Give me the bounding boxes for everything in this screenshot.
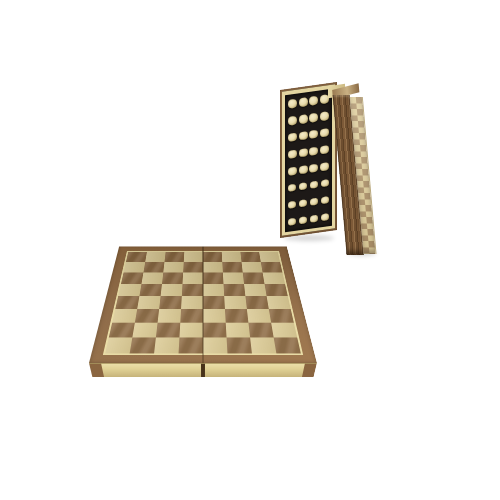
board-square-a3 xyxy=(112,309,137,323)
stored-chess-piece xyxy=(309,147,318,156)
stored-chess-piece xyxy=(299,131,308,140)
stored-chess-piece xyxy=(299,97,308,107)
board-square-g7 xyxy=(242,262,263,273)
board-square-h5 xyxy=(265,284,288,296)
board-square-f8 xyxy=(222,252,242,262)
stored-chess-piece xyxy=(310,215,318,223)
stored-chess-piece xyxy=(309,130,318,139)
board-square-a5 xyxy=(118,284,141,296)
board-square-b4 xyxy=(137,296,160,309)
board-square-d7 xyxy=(183,262,203,273)
board-square-f4 xyxy=(224,296,247,309)
stored-chess-piece xyxy=(288,167,297,176)
stored-chess-piece xyxy=(299,165,308,174)
folded-storage-box xyxy=(278,84,382,264)
board-square-f3 xyxy=(225,309,248,323)
board-square-e6 xyxy=(203,272,224,283)
board-square-c8 xyxy=(164,252,184,262)
board-fold-seam xyxy=(202,247,204,363)
board-square-d4 xyxy=(181,296,203,309)
board-square-d8 xyxy=(184,252,203,262)
board-square-b5 xyxy=(139,284,162,296)
board-square-a1 xyxy=(105,337,132,353)
front-edge-hinge-gap xyxy=(201,364,205,377)
board-square-g8 xyxy=(240,252,260,262)
board-square-h8 xyxy=(259,252,280,262)
board-square-d6 xyxy=(182,272,203,283)
board-square-f2 xyxy=(226,323,250,338)
stored-chess-piece xyxy=(299,216,307,224)
stored-chess-piece xyxy=(288,184,296,192)
board-square-d3 xyxy=(180,309,203,323)
stored-chess-piece xyxy=(288,201,296,209)
product-photo xyxy=(0,0,500,500)
board-square-c1 xyxy=(154,337,179,353)
board-square-e8 xyxy=(203,252,222,262)
stored-chess-piece xyxy=(321,213,329,221)
board-square-d5 xyxy=(182,284,203,296)
stored-chess-piece xyxy=(320,111,329,121)
stored-chess-piece xyxy=(288,218,296,226)
board-square-e3 xyxy=(203,309,226,323)
stored-chess-piece xyxy=(288,115,297,125)
stored-chess-piece xyxy=(321,179,329,187)
board-front-edge xyxy=(89,363,317,377)
stored-chess-piece xyxy=(299,183,307,191)
board-square-g1 xyxy=(250,337,276,353)
stored-chess-piece xyxy=(321,196,329,204)
board-square-b1 xyxy=(130,337,156,353)
board-square-c3 xyxy=(158,309,181,323)
storage-felt-lining xyxy=(282,84,335,235)
board-square-c5 xyxy=(161,284,183,296)
stored-chess-piece xyxy=(310,198,318,206)
board-square-e5 xyxy=(203,284,224,296)
stored-chess-piece xyxy=(320,162,329,171)
board-square-h1 xyxy=(274,337,301,353)
board-square-b6 xyxy=(141,272,163,283)
front-edge-right-corner xyxy=(302,364,317,377)
board-square-a4 xyxy=(115,296,139,309)
board-square-b2 xyxy=(132,323,157,338)
stored-chess-piece xyxy=(299,199,307,207)
stored-chess-piece xyxy=(288,133,297,142)
board-square-e7 xyxy=(203,262,223,273)
front-edge-left-corner xyxy=(89,364,104,377)
board-square-g5 xyxy=(244,284,267,296)
board-square-h4 xyxy=(267,296,291,309)
stored-chess-piece xyxy=(310,181,318,189)
board-square-d1 xyxy=(179,337,203,353)
board-square-c6 xyxy=(162,272,183,283)
board-square-f5 xyxy=(224,284,246,296)
board-square-e2 xyxy=(203,323,227,338)
board-square-h3 xyxy=(269,309,294,323)
storage-panel xyxy=(280,82,337,238)
board-square-g6 xyxy=(243,272,265,283)
board-square-h2 xyxy=(271,323,297,338)
board-square-a2 xyxy=(109,323,135,338)
board-square-f1 xyxy=(227,337,252,353)
stored-chess-piece xyxy=(288,99,297,109)
board-square-c7 xyxy=(163,262,183,273)
board-square-a7 xyxy=(124,262,146,273)
stored-chess-piece xyxy=(288,150,297,159)
board-square-c2 xyxy=(156,323,180,338)
board-square-h6 xyxy=(263,272,285,283)
stored-chess-piece xyxy=(309,96,318,106)
box-lid-panel xyxy=(332,88,393,258)
stored-chess-piece xyxy=(320,128,329,137)
board-square-f7 xyxy=(222,262,242,273)
board-square-a8 xyxy=(126,252,147,262)
stored-chess-piece xyxy=(299,114,308,124)
board-square-e1 xyxy=(203,337,227,353)
board-square-f6 xyxy=(223,272,244,283)
board-square-g3 xyxy=(247,309,271,323)
board-square-c4 xyxy=(159,296,182,309)
board-square-a6 xyxy=(121,272,143,283)
board-square-b3 xyxy=(135,309,159,323)
stored-chess-piece xyxy=(320,145,329,154)
board-square-g4 xyxy=(245,296,268,309)
stored-chess-piece xyxy=(299,148,308,157)
stored-chess-piece xyxy=(309,112,318,122)
stored-chess-piece xyxy=(309,164,318,173)
piece-storage-grid xyxy=(286,90,331,231)
board-square-b7 xyxy=(143,262,164,273)
board-square-b8 xyxy=(145,252,165,262)
board-square-e4 xyxy=(203,296,225,309)
board-square-d2 xyxy=(179,323,203,338)
board-square-g2 xyxy=(248,323,273,338)
